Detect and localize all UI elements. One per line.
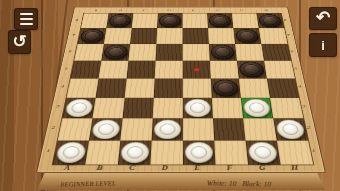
white-piece-b2[interactable] [91, 120, 121, 140]
square-c7[interactable] [130, 28, 157, 44]
square-f4[interactable] [211, 79, 241, 98]
square-d3[interactable] [153, 98, 183, 119]
square-c6[interactable] [128, 44, 156, 61]
undo-button[interactable]: ↶ [309, 7, 337, 30]
square-h8[interactable] [256, 13, 284, 28]
square-g4[interactable] [239, 79, 270, 98]
square-g7[interactable] [233, 28, 261, 44]
white-piece-g3[interactable] [243, 99, 271, 117]
square-e7[interactable] [183, 28, 209, 44]
square-c4[interactable] [125, 79, 155, 98]
square-c3[interactable] [123, 98, 154, 119]
square-e3[interactable] [183, 98, 213, 119]
square-g5[interactable] [237, 61, 267, 79]
white-piece-e3[interactable] [185, 99, 212, 117]
black-piece-f4[interactable] [212, 80, 239, 97]
square-h3[interactable] [270, 98, 303, 119]
square-h5[interactable] [264, 61, 295, 79]
black-piece-d8[interactable] [159, 14, 181, 27]
black-piece-a7[interactable] [79, 29, 104, 43]
checkers-board [52, 13, 315, 165]
square-h1[interactable] [277, 141, 313, 165]
square-a2[interactable] [58, 118, 93, 140]
white-piece-a1[interactable] [55, 142, 87, 163]
square-e2[interactable] [183, 118, 214, 140]
square-a6[interactable] [74, 44, 104, 61]
square-h2[interactable] [273, 118, 308, 140]
black-piece-f8[interactable] [209, 14, 232, 27]
checkers-app: ABCDEFGH ABCDEFGH 87654321 87654321 BEGI… [0, 0, 340, 191]
square-g6[interactable] [235, 44, 264, 61]
square-b7[interactable] [104, 28, 132, 44]
square-f5[interactable] [210, 61, 239, 79]
white-piece-d2[interactable] [154, 120, 182, 140]
score-label: White: 10Black: 10 [197, 178, 281, 189]
black-piece-b6[interactable] [103, 45, 128, 60]
square-b8[interactable] [106, 13, 133, 28]
square-a3[interactable] [62, 98, 95, 119]
square-e6[interactable] [183, 44, 210, 61]
white-count-label: White: 10 [207, 178, 237, 188]
white-piece-e1[interactable] [185, 142, 214, 163]
square-a1[interactable] [53, 141, 89, 165]
square-f2[interactable] [213, 118, 246, 140]
board-frame: ABCDEFGH ABCDEFGH 87654321 87654321 [36, 7, 326, 173]
square-f6[interactable] [209, 44, 237, 61]
square-d8[interactable] [157, 13, 182, 28]
undo-icon: ↶ [316, 9, 330, 26]
square-b5[interactable] [99, 61, 129, 79]
square-a7[interactable] [78, 28, 107, 44]
square-c5[interactable] [127, 61, 156, 79]
square-e8[interactable] [182, 13, 207, 28]
hamburger-icon [20, 13, 33, 25]
square-g1[interactable] [245, 141, 280, 165]
square-c2[interactable] [120, 118, 152, 140]
square-c8[interactable] [132, 13, 158, 28]
square-h7[interactable] [259, 28, 288, 44]
square-f3[interactable] [212, 98, 243, 119]
square-b6[interactable] [101, 44, 130, 61]
square-a4[interactable] [67, 79, 99, 98]
square-h4[interactable] [267, 79, 299, 98]
square-e4[interactable] [183, 79, 212, 98]
square-b2[interactable] [89, 118, 123, 140]
black-piece-g5[interactable] [239, 62, 265, 78]
square-d2[interactable] [152, 118, 183, 140]
rotate-icon: ↺ [12, 33, 26, 50]
square-b1[interactable] [85, 141, 120, 165]
square-a5[interactable] [70, 61, 101, 79]
square-d4[interactable] [154, 79, 183, 98]
white-piece-a3[interactable] [64, 99, 93, 117]
square-c1[interactable] [118, 141, 152, 165]
square-d6[interactable] [156, 44, 183, 61]
square-d1[interactable] [150, 141, 183, 165]
square-f7[interactable] [208, 28, 235, 44]
square-e5[interactable] [183, 61, 211, 79]
square-a8[interactable] [81, 13, 109, 28]
square-g2[interactable] [243, 118, 277, 140]
black-count-label: Black: 10 [242, 179, 271, 189]
square-d5[interactable] [155, 61, 183, 79]
square-b3[interactable] [92, 98, 124, 119]
white-piece-g1[interactable] [248, 142, 279, 163]
white-piece-c1[interactable] [120, 142, 150, 163]
black-piece-g7[interactable] [235, 29, 260, 43]
square-b4[interactable] [96, 79, 127, 98]
move-hint-dot [194, 68, 199, 71]
square-g3[interactable] [241, 98, 273, 119]
square-d7[interactable] [156, 28, 182, 44]
white-piece-h2[interactable] [275, 120, 306, 140]
black-piece-b8[interactable] [108, 14, 132, 27]
info-icon: i [321, 39, 325, 52]
square-h6[interactable] [261, 44, 291, 61]
square-f1[interactable] [214, 141, 248, 165]
black-piece-h8[interactable] [258, 14, 282, 27]
square-f8[interactable] [207, 13, 233, 28]
square-g8[interactable] [232, 13, 259, 28]
board-3d-wrap: ABCDEFGH ABCDEFGH 87654321 87654321 [36, 7, 326, 173]
rotate-board-button[interactable]: ↺ [8, 30, 31, 54]
black-piece-f6[interactable] [210, 45, 235, 60]
info-button[interactable]: i [309, 33, 337, 57]
square-e1[interactable] [183, 141, 216, 165]
menu-button[interactable] [14, 8, 38, 30]
